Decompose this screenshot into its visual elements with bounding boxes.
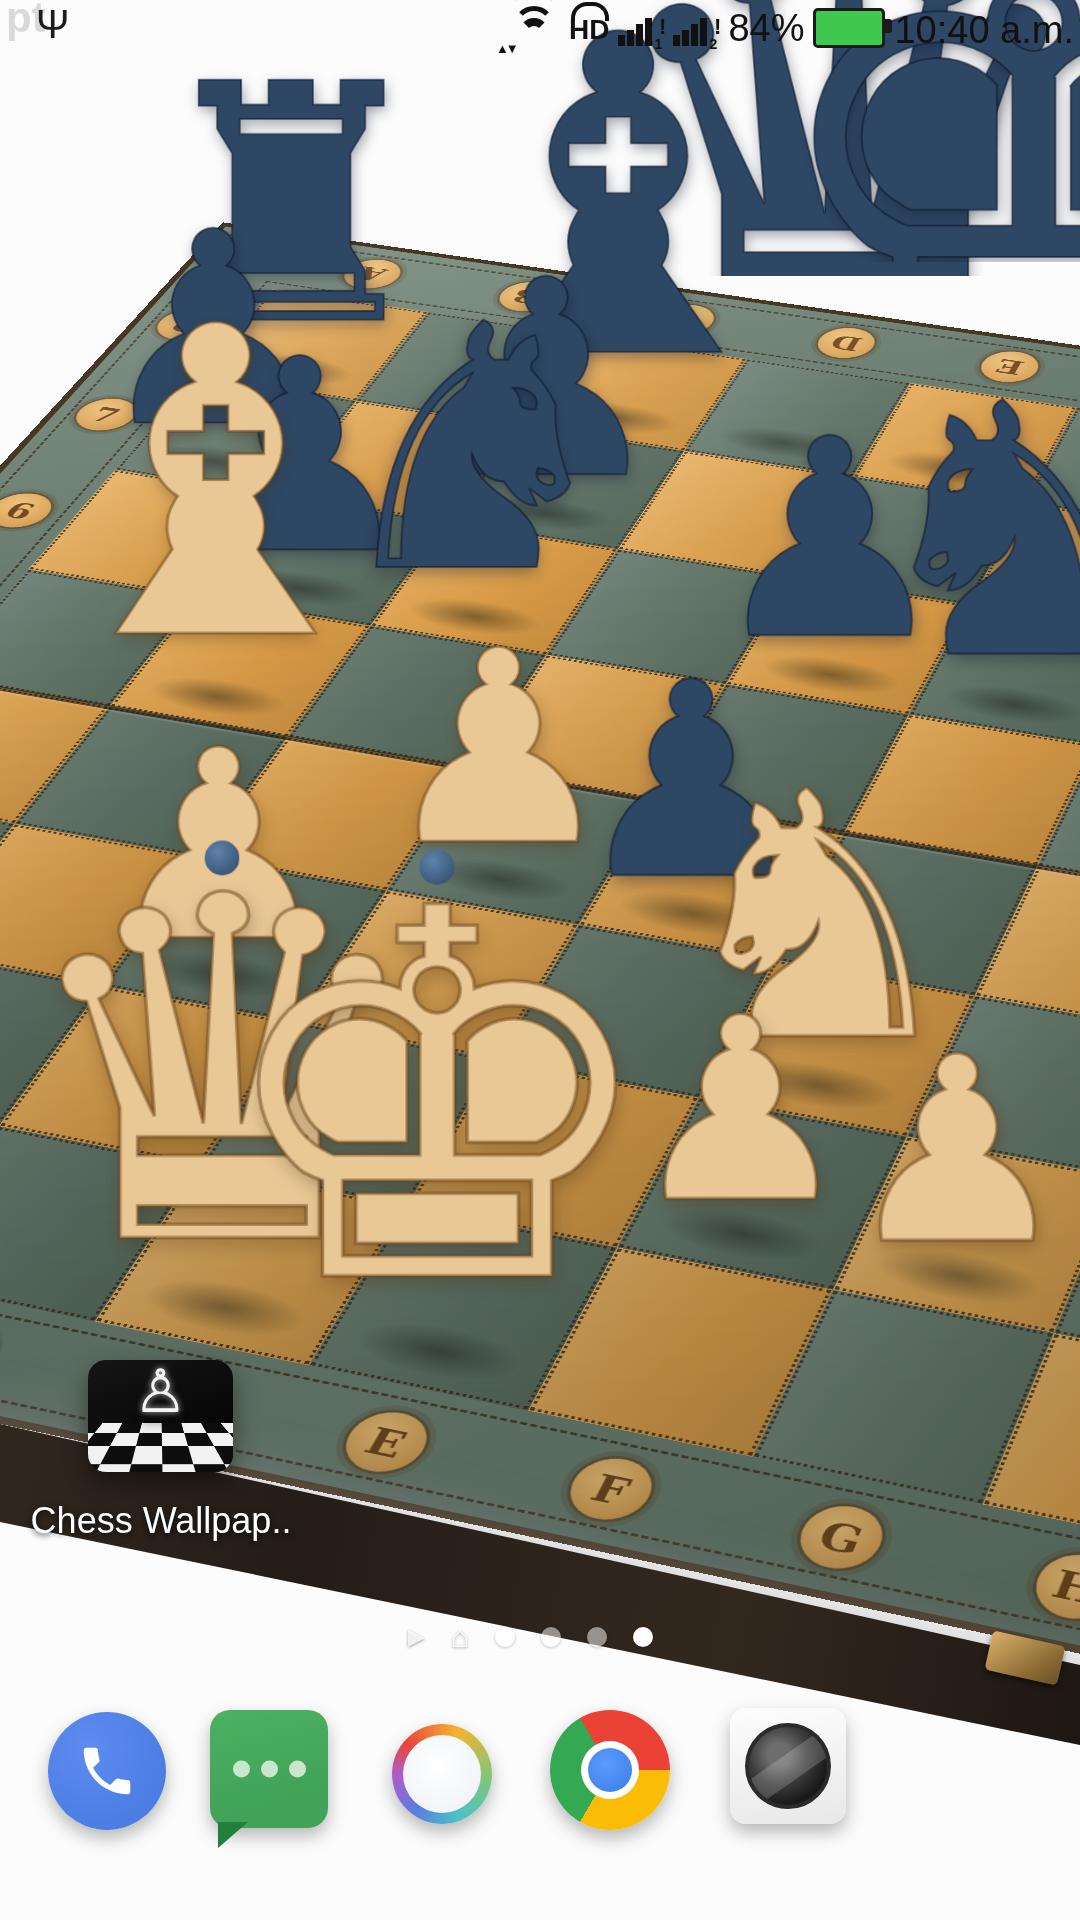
page-dot-4-active [633,1627,653,1647]
board-square-f6: ♞ [909,605,1080,745]
status-icons-cluster: ▲▼ HD !1!2 84% 10:40 a.m. [508,0,1074,52]
page-dot-2 [541,1627,561,1647]
message-dots-icon [210,1761,328,1778]
file-label-bottom-e: E [333,1406,439,1479]
chess-piece-black-n-f6: ♞ [909,605,1080,745]
chrome-blue-center [588,1748,632,1792]
dock [0,1700,1080,1890]
file-label-bottom-c: C [0,1317,7,1386]
page-dot-3 [587,1627,607,1647]
file-label-bottom-h: H [1026,1548,1080,1626]
piece-glyph: ♟ [704,1023,1080,1280]
launcher-ring-app-icon[interactable] [392,1724,492,1824]
signal-bars-sim1: !1 [618,18,664,46]
app-icon-checkered-floor [88,1423,233,1472]
app-icon-label[interactable]: Chess Wallpap.. [24,1500,298,1542]
app-icon-glass-pawn: ♙ [134,1362,188,1422]
hd-voice-icon: HD [569,14,609,46]
play-page-icon: ▶ [408,1624,425,1650]
message-bubble-tail [218,1822,248,1848]
camera-lens-icon [745,1723,831,1809]
file-label-bottom-f: F [558,1452,663,1526]
clock: 10:40 a.m. [894,9,1074,52]
android-home-screen: AABBCCDDEEFFGGHH8877665544332211 ♜♝♛♚♟♟♟… [0,0,1080,1920]
battery-icon [813,8,885,48]
usb-icon: Ψ [36,2,69,47]
phone-handset-icon [76,1740,138,1802]
home-page-icon: ⌂ [451,1620,469,1654]
file-label-bottom-g: G [789,1499,893,1575]
page-dot-1 [495,1627,515,1647]
page-indicator: ▶ ⌂ [408,1620,653,1654]
battery-percent: 84% [728,7,804,50]
phone-app-icon[interactable] [48,1712,166,1830]
camera-app-icon[interactable] [730,1708,846,1824]
piece-glyph: ♚ [179,845,696,1355]
chrome-app-icon[interactable] [550,1710,670,1830]
chess-wallpaper-app-icon[interactable]: ♙ [88,1360,233,1472]
messages-app-icon[interactable] [210,1710,328,1828]
status-bar: pt Ψ ▲▼ HD !1!2 84% 10:40 a.m. [0,0,1080,56]
wifi-icon: ▲▼ [508,8,560,48]
board-square-h1 [983,1333,1080,1553]
signal-bars-sim2: !2 [673,18,719,46]
